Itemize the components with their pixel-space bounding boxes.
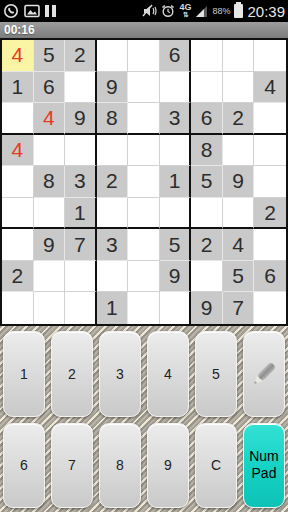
sudoku-cell-r6c3[interactable]: 1 bbox=[65, 198, 97, 230]
sudoku-board: 4526169449836248832159129735242956197 bbox=[0, 38, 288, 326]
sudoku-cell-r9c1[interactable] bbox=[2, 292, 34, 324]
sudoku-cell-r8c3[interactable] bbox=[65, 261, 97, 293]
pencil-button[interactable] bbox=[243, 331, 285, 417]
sudoku-cell-r4c7[interactable]: 8 bbox=[191, 135, 223, 167]
keypad-button-6[interactable]: 6 bbox=[3, 423, 45, 509]
sudoku-cell-r8c5[interactable] bbox=[128, 261, 160, 293]
sudoku-cell-r7c5[interactable] bbox=[128, 229, 160, 261]
sudoku-cell-r7c9[interactable] bbox=[254, 229, 286, 261]
pencil-icon bbox=[246, 356, 282, 392]
sudoku-cell-r9c6[interactable] bbox=[160, 292, 192, 324]
sudoku-cell-r7c7[interactable]: 2 bbox=[191, 229, 223, 261]
sudoku-cell-r4c5[interactable] bbox=[128, 135, 160, 167]
sudoku-cell-r3c9[interactable] bbox=[254, 103, 286, 135]
sudoku-cell-r4c8[interactable] bbox=[223, 135, 255, 167]
sudoku-cell-r1c4[interactable] bbox=[97, 40, 129, 72]
sudoku-cell-r8c4[interactable] bbox=[97, 261, 129, 293]
sudoku-cell-r3c4[interactable]: 8 bbox=[97, 103, 129, 135]
keypad-button-8[interactable]: 8 bbox=[99, 423, 141, 509]
sudoku-cell-r5c1[interactable] bbox=[2, 166, 34, 198]
sudoku-cell-r1c1[interactable]: 4 bbox=[2, 40, 34, 72]
keypad: 1 2 3 4 5 6 7 8 9 C Num Pad bbox=[0, 326, 288, 512]
sudoku-cell-r2c2[interactable]: 6 bbox=[34, 72, 66, 104]
sudoku-cell-r2c3[interactable] bbox=[65, 72, 97, 104]
sudoku-cell-r3c8[interactable]: 2 bbox=[223, 103, 255, 135]
sudoku-cell-r5c3[interactable]: 3 bbox=[65, 166, 97, 198]
sudoku-cell-r4c4[interactable] bbox=[97, 135, 129, 167]
sudoku-cell-r5c8[interactable]: 9 bbox=[223, 166, 255, 198]
keypad-button-clear[interactable]: C bbox=[195, 423, 237, 509]
sudoku-cell-r5c7[interactable]: 5 bbox=[191, 166, 223, 198]
keypad-button-3[interactable]: 3 bbox=[99, 331, 141, 417]
sudoku-cell-r7c4[interactable]: 3 bbox=[97, 229, 129, 261]
sudoku-cell-r6c7[interactable] bbox=[191, 198, 223, 230]
keypad-button-2[interactable]: 2 bbox=[51, 331, 93, 417]
sudoku-cell-r1c3[interactable]: 2 bbox=[65, 40, 97, 72]
sudoku-cell-r8c1[interactable]: 2 bbox=[2, 261, 34, 293]
sudoku-cell-r2c6[interactable] bbox=[160, 72, 192, 104]
clock-time: 20:39 bbox=[247, 3, 285, 20]
sudoku-cell-r3c3[interactable]: 9 bbox=[65, 103, 97, 135]
whatsapp-icon bbox=[3, 3, 19, 19]
sudoku-cell-r3c6[interactable]: 3 bbox=[160, 103, 192, 135]
keypad-button-9[interactable]: 9 bbox=[147, 423, 189, 509]
sudoku-cell-r6c1[interactable] bbox=[2, 198, 34, 230]
sudoku-cell-r8c8[interactable]: 5 bbox=[223, 261, 255, 293]
sudoku-cell-r8c6[interactable]: 9 bbox=[160, 261, 192, 293]
sudoku-cell-r9c2[interactable] bbox=[34, 292, 66, 324]
timer-bar: 00:16 bbox=[0, 22, 288, 38]
alarm-icon bbox=[161, 4, 175, 18]
sudoku-cell-r3c5[interactable] bbox=[128, 103, 160, 135]
sudoku-cell-r8c9[interactable]: 6 bbox=[254, 261, 286, 293]
sudoku-cell-r5c6[interactable]: 1 bbox=[160, 166, 192, 198]
sudoku-cell-r9c4[interactable]: 1 bbox=[97, 292, 129, 324]
sudoku-cell-r7c3[interactable]: 7 bbox=[65, 229, 97, 261]
battery-percent: 88% bbox=[212, 6, 230, 16]
sudoku-cell-r5c4[interactable]: 2 bbox=[97, 166, 129, 198]
sudoku-cell-r6c2[interactable] bbox=[34, 198, 66, 230]
sudoku-cell-r4c3[interactable] bbox=[65, 135, 97, 167]
sudoku-cell-r4c9[interactable] bbox=[254, 135, 286, 167]
sudoku-cell-r5c2[interactable]: 8 bbox=[34, 166, 66, 198]
sudoku-cell-r9c8[interactable]: 7 bbox=[223, 292, 255, 324]
mute-vibrate-icon bbox=[142, 4, 157, 18]
status-bar: 4G⇅ 88% 20:39 bbox=[0, 0, 288, 22]
sudoku-cell-r2c1[interactable]: 1 bbox=[2, 72, 34, 104]
gallery-icon bbox=[24, 4, 40, 18]
sudoku-cell-r9c3[interactable] bbox=[65, 292, 97, 324]
battery-icon bbox=[234, 4, 243, 18]
sudoku-cell-r2c9[interactable]: 4 bbox=[254, 72, 286, 104]
keypad-button-5[interactable]: 5 bbox=[195, 331, 237, 417]
sudoku-cell-r6c6[interactable] bbox=[160, 198, 192, 230]
sudoku-cell-r1c7[interactable] bbox=[191, 40, 223, 72]
sudoku-cell-r7c8[interactable]: 4 bbox=[223, 229, 255, 261]
sudoku-cell-r1c8[interactable] bbox=[223, 40, 255, 72]
sudoku-cell-r7c2[interactable]: 9 bbox=[34, 229, 66, 261]
sudoku-grid: 4526169449836248832159129735242956197 bbox=[0, 38, 288, 326]
sudoku-cell-r9c5[interactable] bbox=[128, 292, 160, 324]
sudoku-cell-r1c6[interactable]: 6 bbox=[160, 40, 192, 72]
sudoku-cell-r6c9[interactable]: 2 bbox=[254, 198, 286, 230]
sudoku-cell-r9c7[interactable]: 9 bbox=[191, 292, 223, 324]
sudoku-cell-r3c2[interactable]: 4 bbox=[34, 103, 66, 135]
sudoku-cell-r8c2[interactable] bbox=[34, 261, 66, 293]
numpad-toggle-button[interactable]: Num Pad bbox=[243, 423, 285, 509]
numpad-label: Num Pad bbox=[247, 448, 281, 482]
elapsed-time: 00:16 bbox=[4, 23, 35, 37]
sudoku-cell-r2c4[interactable]: 9 bbox=[97, 72, 129, 104]
sudoku-cell-r4c6[interactable] bbox=[160, 135, 192, 167]
sudoku-cell-r5c9[interactable] bbox=[254, 166, 286, 198]
sudoku-cell-r2c5[interactable] bbox=[128, 72, 160, 104]
keypad-button-4[interactable]: 4 bbox=[147, 331, 189, 417]
sudoku-cell-r4c1[interactable]: 4 bbox=[2, 135, 34, 167]
signal-icon bbox=[195, 5, 208, 18]
sudoku-cell-r2c8[interactable] bbox=[223, 72, 255, 104]
sudoku-cell-r8c7[interactable] bbox=[191, 261, 223, 293]
pause-icon bbox=[45, 5, 56, 17]
4g-icon: 4G⇅ bbox=[179, 3, 191, 19]
sudoku-cell-r7c1[interactable] bbox=[2, 229, 34, 261]
sudoku-cell-r4c2[interactable] bbox=[34, 135, 66, 167]
sudoku-cell-r9c9[interactable] bbox=[254, 292, 286, 324]
sudoku-cell-r7c6[interactable]: 5 bbox=[160, 229, 192, 261]
sudoku-cell-r3c1[interactable] bbox=[2, 103, 34, 135]
keypad-button-1[interactable]: 1 bbox=[3, 331, 45, 417]
sudoku-cell-r3c7[interactable]: 6 bbox=[191, 103, 223, 135]
sudoku-cell-r2c7[interactable] bbox=[191, 72, 223, 104]
sudoku-cell-r6c4[interactable] bbox=[97, 198, 129, 230]
sudoku-cell-r5c5[interactable] bbox=[128, 166, 160, 198]
sudoku-cell-r1c5[interactable] bbox=[128, 40, 160, 72]
sudoku-cell-r6c5[interactable] bbox=[128, 198, 160, 230]
sudoku-cell-r1c9[interactable] bbox=[254, 40, 286, 72]
sudoku-cell-r1c2[interactable]: 5 bbox=[34, 40, 66, 72]
sudoku-cell-r6c8[interactable] bbox=[223, 198, 255, 230]
keypad-button-7[interactable]: 7 bbox=[51, 423, 93, 509]
